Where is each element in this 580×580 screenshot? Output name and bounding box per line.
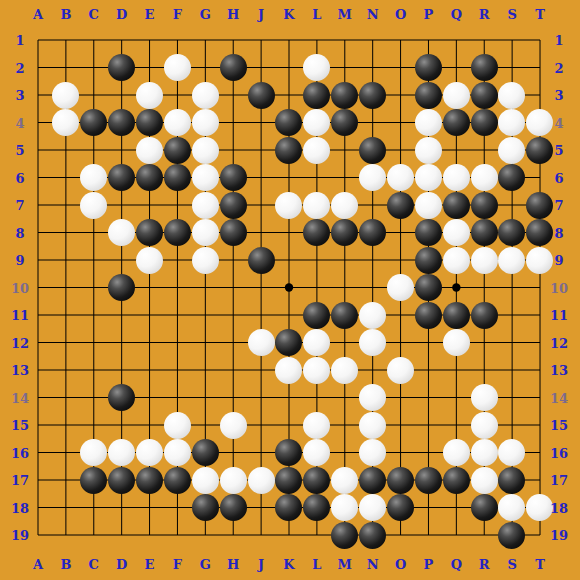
white-stone-r9: ●: [471, 247, 498, 274]
black-stone-t5: ●: [526, 137, 553, 164]
white-stone-q16: ●: [443, 439, 470, 466]
white-stone-j17: ●: [248, 467, 275, 494]
row-label-left-5: 5: [15, 143, 24, 158]
white-stone-e5: ●: [136, 137, 163, 164]
black-stone-q11: ●: [443, 302, 470, 329]
white-stone-s18: ●: [498, 494, 525, 521]
black-stone-n3: ●: [359, 82, 386, 109]
white-stone-l12: ●: [303, 329, 330, 356]
row-label-left-11: 11: [11, 308, 29, 323]
white-stone-h17: ●: [220, 467, 247, 494]
black-stone-e4: ●: [136, 109, 163, 136]
black-stone-p11: ●: [415, 302, 442, 329]
black-stone-s6: ●: [498, 164, 525, 191]
black-stone-p10: ●: [415, 274, 442, 301]
white-stone-c16: ●: [80, 439, 107, 466]
white-stone-c6: ●: [80, 164, 107, 191]
white-stone-f16: ●: [164, 439, 191, 466]
black-stone-h8: ●: [220, 219, 247, 246]
black-stone-l3: ●: [303, 82, 330, 109]
col-label-bottom-a: A: [33, 557, 43, 572]
white-stone-g9: ●: [192, 247, 219, 274]
white-stone-n12: ●: [359, 329, 386, 356]
black-stone-p8: ●: [415, 219, 442, 246]
black-stone-q17: ●: [443, 467, 470, 494]
row-label-left-2: 2: [15, 60, 24, 75]
white-stone-g5: ●: [192, 137, 219, 164]
black-stone-k16: ●: [275, 439, 302, 466]
white-stone-m18: ●: [331, 494, 358, 521]
col-label-top-k: K: [283, 7, 294, 22]
row-label-left-10: 10: [11, 280, 29, 295]
row-label-left-19: 19: [11, 528, 29, 543]
black-stone-d6: ●: [108, 164, 135, 191]
white-stone-p7: ●: [415, 192, 442, 219]
white-stone-m13: ●: [331, 357, 358, 384]
white-stone-h15: ●: [220, 412, 247, 439]
white-stone-q12: ●: [443, 329, 470, 356]
row-label-right-10: 10: [550, 280, 568, 295]
white-stone-o6: ●: [387, 164, 414, 191]
row-label-left-6: 6: [15, 170, 24, 185]
black-stone-l18: ●: [303, 494, 330, 521]
white-stone-g4: ●: [192, 109, 219, 136]
row-label-right-12: 12: [550, 335, 568, 350]
white-stone-p6: ●: [415, 164, 442, 191]
white-stone-c7: ●: [80, 192, 107, 219]
white-stone-n6: ●: [359, 164, 386, 191]
col-label-top-q: Q: [451, 7, 462, 22]
col-label-bottom-h: H: [227, 557, 239, 572]
white-stone-g6: ●: [192, 164, 219, 191]
black-stone-d14: ●: [108, 384, 135, 411]
black-stone-m3: ●: [331, 82, 358, 109]
black-stone-k18: ●: [275, 494, 302, 521]
white-stone-t9: ●: [526, 247, 553, 274]
black-stone-r11: ●: [471, 302, 498, 329]
black-stone-n8: ●: [359, 219, 386, 246]
white-stone-e3: ●: [136, 82, 163, 109]
black-stone-s8: ●: [498, 219, 525, 246]
white-stone-n15: ●: [359, 412, 386, 439]
white-stone-d16: ●: [108, 439, 135, 466]
black-stone-f8: ●: [164, 219, 191, 246]
white-stone-k7: ●: [275, 192, 302, 219]
white-stone-l2: ●: [303, 54, 330, 81]
row-label-left-14: 14: [11, 390, 29, 405]
col-label-top-m: M: [338, 7, 352, 22]
black-stone-d4: ●: [108, 109, 135, 136]
white-stone-g17: ●: [192, 467, 219, 494]
white-stone-o13: ●: [387, 357, 414, 384]
white-stone-s9: ●: [498, 247, 525, 274]
row-label-right-15: 15: [550, 418, 568, 433]
row-label-right-2: 2: [554, 60, 563, 75]
col-label-top-h: H: [227, 7, 239, 22]
row-label-right-9: 9: [554, 253, 563, 268]
white-stone-g3: ●: [192, 82, 219, 109]
white-stone-n14: ●: [359, 384, 386, 411]
col-label-bottom-c: C: [89, 557, 99, 572]
col-label-top-d: D: [116, 7, 127, 22]
col-label-bottom-b: B: [60, 557, 71, 572]
row-label-left-1: 1: [15, 33, 24, 48]
white-stone-o10: ●: [387, 274, 414, 301]
white-stone-l4: ●: [303, 109, 330, 136]
black-stone-m11: ●: [331, 302, 358, 329]
col-label-bottom-k: K: [283, 557, 294, 572]
row-label-left-9: 9: [15, 253, 24, 268]
col-label-top-a: A: [33, 7, 43, 22]
white-stone-n16: ●: [359, 439, 386, 466]
col-label-top-g: G: [200, 7, 211, 22]
row-label-left-12: 12: [11, 335, 29, 350]
row-label-left-8: 8: [15, 225, 24, 240]
col-label-top-o: O: [395, 7, 406, 22]
black-stone-c4: ●: [80, 109, 107, 136]
black-stone-d10: ●: [108, 274, 135, 301]
white-stone-e16: ●: [136, 439, 163, 466]
white-stone-r17: ●: [471, 467, 498, 494]
col-label-top-l: L: [312, 7, 321, 22]
row-label-right-6: 6: [554, 170, 563, 185]
black-stone-t8: ●: [526, 219, 553, 246]
col-label-bottom-f: F: [173, 557, 182, 572]
black-stone-f17: ●: [164, 467, 191, 494]
white-stone-l16: ●: [303, 439, 330, 466]
col-label-top-b: B: [60, 7, 71, 22]
col-label-top-t: T: [535, 7, 545, 22]
black-stone-d2: ●: [108, 54, 135, 81]
row-label-left-7: 7: [15, 198, 24, 213]
white-stone-f2: ●: [164, 54, 191, 81]
col-label-bottom-d: D: [116, 557, 127, 572]
row-label-right-11: 11: [550, 308, 568, 323]
white-stone-l15: ●: [303, 412, 330, 439]
black-stone-n5: ●: [359, 137, 386, 164]
col-label-bottom-s: S: [507, 557, 516, 572]
go-board-screen: ●●●●●●●●●●●●●●●●●●●●●●●●●●●●●●●●●●●●●●●●…: [0, 0, 580, 580]
black-stone-p2: ●: [415, 54, 442, 81]
white-stone-r6: ●: [471, 164, 498, 191]
col-label-top-s: S: [507, 7, 516, 22]
white-stone-l13: ●: [303, 357, 330, 384]
row-label-right-17: 17: [550, 473, 568, 488]
white-stone-b4: ●: [52, 109, 79, 136]
black-stone-d17: ●: [108, 467, 135, 494]
black-stone-r3: ●: [471, 82, 498, 109]
black-stone-q4: ●: [443, 109, 470, 136]
white-stone-s4: ●: [498, 109, 525, 136]
black-stone-g16: ●: [192, 439, 219, 466]
white-stone-n11: ●: [359, 302, 386, 329]
black-stone-c17: ●: [80, 467, 107, 494]
row-label-left-4: 4: [15, 115, 24, 130]
black-stone-s17: ●: [498, 467, 525, 494]
col-label-bottom-t: T: [535, 557, 545, 572]
white-stone-m17: ●: [331, 467, 358, 494]
col-label-bottom-l: L: [312, 557, 321, 572]
col-label-top-n: N: [367, 7, 379, 22]
white-stone-q9: ●: [443, 247, 470, 274]
white-stone-f4: ●: [164, 109, 191, 136]
black-stone-e6: ●: [136, 164, 163, 191]
white-stone-p5: ●: [415, 137, 442, 164]
white-stone-s3: ●: [498, 82, 525, 109]
black-stone-k12: ●: [275, 329, 302, 356]
black-stone-r7: ●: [471, 192, 498, 219]
white-stone-f15: ●: [164, 412, 191, 439]
white-stone-g8: ●: [192, 219, 219, 246]
white-stone-s16: ●: [498, 439, 525, 466]
black-stone-m4: ●: [331, 109, 358, 136]
col-label-bottom-p: P: [424, 557, 434, 572]
black-stone-p3: ●: [415, 82, 442, 109]
black-stone-n19: ●: [359, 522, 386, 549]
go-board[interactable]: ●●●●●●●●●●●●●●●●●●●●●●●●●●●●●●●●●●●●●●●●…: [24, 26, 554, 549]
col-label-bottom-n: N: [367, 557, 379, 572]
white-stone-r16: ●: [471, 439, 498, 466]
white-stone-k13: ●: [275, 357, 302, 384]
black-stone-j3: ●: [248, 82, 275, 109]
row-label-right-5: 5: [554, 143, 563, 158]
col-label-top-f: F: [173, 7, 182, 22]
black-stone-k5: ●: [275, 137, 302, 164]
black-stone-s19: ●: [498, 522, 525, 549]
col-label-bottom-g: G: [200, 557, 211, 572]
white-stone-s5: ●: [498, 137, 525, 164]
white-stone-l5: ●: [303, 137, 330, 164]
black-stone-r18: ●: [471, 494, 498, 521]
white-stone-r15: ●: [471, 412, 498, 439]
col-label-bottom-o: O: [395, 557, 406, 572]
white-stone-d8: ●: [108, 219, 135, 246]
black-stone-m8: ●: [331, 219, 358, 246]
black-stone-f5: ●: [164, 137, 191, 164]
row-label-right-18: 18: [550, 500, 568, 515]
row-label-right-3: 3: [554, 88, 563, 103]
row-label-right-7: 7: [554, 198, 563, 213]
col-label-top-c: C: [89, 7, 99, 22]
white-stone-r14: ●: [471, 384, 498, 411]
black-stone-h2: ●: [220, 54, 247, 81]
black-stone-f6: ●: [164, 164, 191, 191]
row-label-right-4: 4: [554, 115, 563, 130]
black-stone-h6: ●: [220, 164, 247, 191]
black-stone-q7: ●: [443, 192, 470, 219]
row-label-right-19: 19: [550, 528, 568, 543]
black-stone-n17: ●: [359, 467, 386, 494]
row-label-left-17: 17: [11, 473, 29, 488]
col-label-top-e: E: [145, 7, 155, 22]
black-stone-o17: ●: [387, 467, 414, 494]
white-stone-p4: ●: [415, 109, 442, 136]
black-stone-h7: ●: [220, 192, 247, 219]
row-label-right-8: 8: [554, 225, 563, 240]
white-stone-m7: ●: [331, 192, 358, 219]
row-label-right-13: 13: [550, 363, 568, 378]
white-stone-q8: ●: [443, 219, 470, 246]
row-label-left-18: 18: [11, 500, 29, 515]
black-stone-p17: ●: [415, 467, 442, 494]
black-stone-h18: ●: [220, 494, 247, 521]
white-stone-q6: ●: [443, 164, 470, 191]
black-stone-l17: ●: [303, 467, 330, 494]
white-stone-q3: ●: [443, 82, 470, 109]
row-label-left-16: 16: [11, 445, 29, 460]
col-label-top-j: J: [258, 7, 264, 22]
black-stone-e8: ●: [136, 219, 163, 246]
black-stone-t7: ●: [526, 192, 553, 219]
row-label-right-14: 14: [550, 390, 568, 405]
col-label-top-r: R: [479, 7, 490, 22]
black-stone-o7: ●: [387, 192, 414, 219]
black-stone-p9: ●: [415, 247, 442, 274]
white-stone-n18: ●: [359, 494, 386, 521]
black-stone-m19: ●: [331, 522, 358, 549]
black-stone-g18: ●: [192, 494, 219, 521]
white-stone-g7: ●: [192, 192, 219, 219]
row-label-left-3: 3: [15, 88, 24, 103]
black-stone-l8: ●: [303, 219, 330, 246]
col-label-top-p: P: [424, 7, 434, 22]
col-label-bottom-r: R: [479, 557, 490, 572]
black-stone-k4: ●: [275, 109, 302, 136]
black-stone-r8: ●: [471, 219, 498, 246]
row-label-left-15: 15: [11, 418, 29, 433]
col-label-bottom-j: J: [258, 557, 264, 572]
row-label-right-1: 1: [554, 33, 563, 48]
white-stone-j12: ●: [248, 329, 275, 356]
black-stone-l11: ●: [303, 302, 330, 329]
black-stone-e17: ●: [136, 467, 163, 494]
row-label-left-13: 13: [11, 363, 29, 378]
black-stone-j9: ●: [248, 247, 275, 274]
col-label-bottom-m: M: [338, 557, 352, 572]
white-stone-b3: ●: [52, 82, 79, 109]
black-stone-o18: ●: [387, 494, 414, 521]
black-stone-k17: ●: [275, 467, 302, 494]
row-label-right-16: 16: [550, 445, 568, 460]
white-stone-t4: ●: [526, 109, 553, 136]
white-stone-l7: ●: [303, 192, 330, 219]
black-stone-r4: ●: [471, 109, 498, 136]
white-stone-e9: ●: [136, 247, 163, 274]
black-stone-r2: ●: [471, 54, 498, 81]
col-label-bottom-e: E: [145, 557, 155, 572]
col-label-bottom-q: Q: [451, 557, 462, 572]
